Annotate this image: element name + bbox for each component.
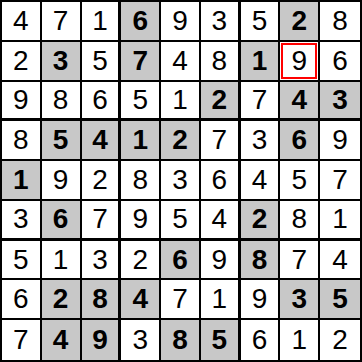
- cell-r8c3[interactable]: 8: [82, 280, 122, 320]
- cell-r7c3[interactable]: 3: [82, 241, 122, 281]
- cell-r4c4[interactable]: 1: [121, 121, 161, 161]
- cell-r2c6[interactable]: 8: [201, 42, 241, 82]
- cell-r3c3[interactable]: 6: [82, 82, 122, 122]
- cell-r7c8[interactable]: 7: [280, 241, 320, 281]
- cell-r1c9[interactable]: 8: [320, 2, 360, 42]
- cell-r5c2[interactable]: 9: [42, 161, 82, 201]
- cell-r2c3[interactable]: 5: [82, 42, 122, 82]
- cell-r3c8[interactable]: 4: [280, 82, 320, 122]
- cell-r7c6[interactable]: 9: [201, 241, 241, 281]
- cell-r7c2[interactable]: 1: [42, 241, 82, 281]
- cell-r1c7[interactable]: 5: [241, 2, 281, 42]
- cell-r9c2[interactable]: 4: [42, 320, 82, 360]
- cell-r6c4[interactable]: 9: [121, 201, 161, 241]
- cell-r5c9[interactable]: 7: [320, 161, 360, 201]
- cell-r5c3[interactable]: 2: [82, 161, 122, 201]
- cell-r9c7[interactable]: 6: [241, 320, 281, 360]
- cell-r6c8[interactable]: 8: [280, 201, 320, 241]
- cell-r8c1[interactable]: 6: [2, 280, 42, 320]
- cell-r9c3[interactable]: 9: [82, 320, 122, 360]
- cell-r4c9[interactable]: 9: [320, 121, 360, 161]
- cell-r7c9[interactable]: 4: [320, 241, 360, 281]
- cell-r6c6[interactable]: 4: [201, 201, 241, 241]
- cell-r7c7[interactable]: 8: [241, 241, 281, 281]
- cell-r6c3[interactable]: 7: [82, 201, 122, 241]
- cell-r3c5[interactable]: 1: [161, 82, 201, 122]
- cell-r5c6[interactable]: 6: [201, 161, 241, 201]
- cell-r8c6[interactable]: 1: [201, 280, 241, 320]
- cell-r8c9[interactable]: 5: [320, 280, 360, 320]
- cell-r1c2[interactable]: 7: [42, 2, 82, 42]
- cell-r5c8[interactable]: 5: [280, 161, 320, 201]
- cell-r3c2[interactable]: 8: [42, 82, 82, 122]
- cell-r1c1[interactable]: 4: [2, 2, 42, 42]
- cell-r5c5[interactable]: 3: [161, 161, 201, 201]
- cell-r1c5[interactable]: 9: [161, 2, 201, 42]
- cell-r8c4[interactable]: 4: [121, 280, 161, 320]
- cell-r1c6[interactable]: 3: [201, 2, 241, 42]
- cell-r9c5[interactable]: 8: [161, 320, 201, 360]
- cell-r3c7[interactable]: 7: [241, 82, 281, 122]
- cell-r5c7[interactable]: 4: [241, 161, 281, 201]
- sudoku-board: 4716935282357481969865127438541273691928…: [0, 0, 362, 362]
- cell-r2c7[interactable]: 1: [241, 42, 281, 82]
- cell-r9c1[interactable]: 7: [2, 320, 42, 360]
- cell-r3c9[interactable]: 3: [320, 82, 360, 122]
- cell-r8c8[interactable]: 3: [280, 280, 320, 320]
- cell-r8c2[interactable]: 2: [42, 280, 82, 320]
- cell-r5c1[interactable]: 1: [2, 161, 42, 201]
- cell-r1c4[interactable]: 6: [121, 2, 161, 42]
- cell-r6c2[interactable]: 6: [42, 201, 82, 241]
- cell-r7c1[interactable]: 5: [2, 241, 42, 281]
- cell-r1c3[interactable]: 1: [82, 2, 122, 42]
- cell-r2c4[interactable]: 7: [121, 42, 161, 82]
- cell-r8c5[interactable]: 7: [161, 280, 201, 320]
- cell-r2c9[interactable]: 6: [320, 42, 360, 82]
- cell-r6c9[interactable]: 1: [320, 201, 360, 241]
- cell-r2c8[interactable]: 9: [280, 42, 320, 82]
- cell-r6c7[interactable]: 2: [241, 201, 281, 241]
- cell-r9c9[interactable]: 2: [320, 320, 360, 360]
- cell-r2c5[interactable]: 4: [161, 42, 201, 82]
- cell-r4c2[interactable]: 5: [42, 121, 82, 161]
- cell-r4c6[interactable]: 7: [201, 121, 241, 161]
- cell-r4c1[interactable]: 8: [2, 121, 42, 161]
- cell-r6c5[interactable]: 5: [161, 201, 201, 241]
- cell-r3c1[interactable]: 9: [2, 82, 42, 122]
- cell-r4c5[interactable]: 2: [161, 121, 201, 161]
- cell-r7c4[interactable]: 2: [121, 241, 161, 281]
- cell-r2c2[interactable]: 3: [42, 42, 82, 82]
- cell-r4c7[interactable]: 3: [241, 121, 281, 161]
- cell-r8c7[interactable]: 9: [241, 280, 281, 320]
- cell-r7c5[interactable]: 6: [161, 241, 201, 281]
- cell-r2c1[interactable]: 2: [2, 42, 42, 82]
- cell-r3c6[interactable]: 2: [201, 82, 241, 122]
- cell-r1c8[interactable]: 2: [280, 2, 320, 42]
- cell-r9c6[interactable]: 5: [201, 320, 241, 360]
- cell-r9c4[interactable]: 3: [121, 320, 161, 360]
- cell-r5c4[interactable]: 8: [121, 161, 161, 201]
- cell-r4c8[interactable]: 6: [280, 121, 320, 161]
- cell-r9c8[interactable]: 1: [280, 320, 320, 360]
- cell-r4c3[interactable]: 4: [82, 121, 122, 161]
- cell-r3c4[interactable]: 5: [121, 82, 161, 122]
- cell-r6c1[interactable]: 3: [2, 201, 42, 241]
